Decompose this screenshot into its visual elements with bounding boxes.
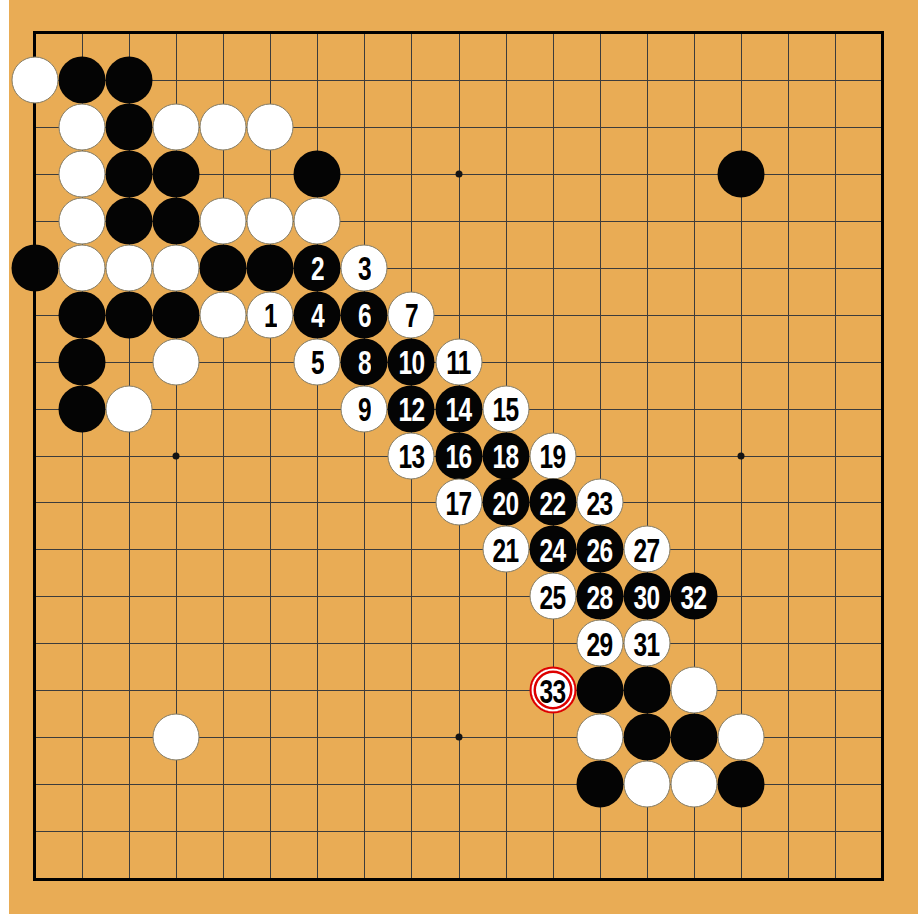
move-number: 12 (398, 392, 424, 426)
move-number: 19 (540, 439, 566, 473)
move-stone-19: 19 (529, 432, 576, 479)
black-stone (106, 197, 153, 244)
black-stone (153, 150, 200, 197)
move-number: 6 (358, 298, 371, 332)
move-number: 17 (446, 485, 472, 519)
move-stone-32: 32 (670, 573, 717, 620)
left-margin-strip (0, 0, 9, 914)
move-number: 11 (446, 345, 470, 379)
move-stone-5: 5 (294, 338, 341, 385)
black-stone (200, 244, 247, 291)
move-number: 33 (540, 673, 566, 707)
move-stone-18: 18 (482, 432, 529, 479)
move-stone-30: 30 (623, 573, 670, 620)
black-stone (106, 291, 153, 338)
go-board-diagram: 1234567891011121314151617181920212223242… (0, 0, 918, 914)
black-stone (576, 761, 623, 808)
move-number: 2 (311, 251, 324, 285)
move-number: 9 (358, 392, 371, 426)
black-stone (153, 197, 200, 244)
black-stone (12, 244, 59, 291)
move-number: 16 (446, 439, 472, 473)
black-stone (623, 667, 670, 714)
move-number: 13 (398, 439, 424, 473)
move-stone-10: 10 (388, 338, 435, 385)
white-stone (106, 385, 153, 432)
black-stone (59, 56, 106, 103)
white-stone (59, 103, 106, 150)
move-stone-1: 1 (247, 291, 294, 338)
move-number: 5 (311, 345, 324, 379)
move-number: 3 (358, 251, 371, 285)
white-stone (670, 761, 717, 808)
black-stone (106, 56, 153, 103)
move-stone-24: 24 (529, 526, 576, 573)
black-stone (294, 150, 341, 197)
star-point (455, 170, 462, 177)
move-stone-27: 27 (623, 526, 670, 573)
white-stone (670, 667, 717, 714)
star-point (173, 452, 180, 459)
move-number: 26 (587, 532, 613, 566)
white-stone (576, 714, 623, 761)
move-number: 21 (493, 532, 519, 566)
move-number: 31 (634, 626, 660, 660)
black-stone (717, 761, 764, 808)
move-number: 27 (634, 532, 660, 566)
move-number: 28 (587, 579, 613, 613)
white-stone (200, 291, 247, 338)
move-stone-33: 33 (529, 667, 576, 714)
white-stone (247, 197, 294, 244)
move-stone-11: 11 (435, 338, 482, 385)
move-stone-20: 20 (482, 479, 529, 526)
black-stone (153, 291, 200, 338)
black-stone (106, 103, 153, 150)
move-stone-15: 15 (482, 385, 529, 432)
black-stone (59, 291, 106, 338)
move-number: 25 (540, 579, 566, 613)
move-stone-23: 23 (576, 479, 623, 526)
move-stone-21: 21 (482, 526, 529, 573)
move-number: 7 (405, 298, 418, 332)
white-stone (153, 714, 200, 761)
white-stone (153, 338, 200, 385)
white-stone (717, 714, 764, 761)
move-number: 10 (398, 345, 424, 379)
white-stone (59, 197, 106, 244)
move-number: 30 (634, 579, 660, 613)
move-stone-4: 4 (294, 291, 341, 338)
move-stone-31: 31 (623, 620, 670, 667)
move-stone-3: 3 (341, 244, 388, 291)
white-stone (153, 103, 200, 150)
star-point (455, 734, 462, 741)
black-stone (106, 150, 153, 197)
black-stone (623, 714, 670, 761)
white-stone (59, 150, 106, 197)
move-number: 23 (587, 485, 613, 519)
move-number: 24 (540, 532, 566, 566)
move-number: 29 (587, 626, 613, 660)
move-stone-12: 12 (388, 385, 435, 432)
black-stone (59, 338, 106, 385)
move-stone-2: 2 (294, 244, 341, 291)
white-stone (200, 103, 247, 150)
move-stone-22: 22 (529, 479, 576, 526)
black-stone (576, 667, 623, 714)
move-number: 8 (358, 345, 371, 379)
white-stone (623, 761, 670, 808)
move-number: 15 (493, 392, 519, 426)
move-number: 14 (446, 392, 472, 426)
move-stone-16: 16 (435, 432, 482, 479)
black-stone (670, 714, 717, 761)
move-stone-28: 28 (576, 573, 623, 620)
move-stone-29: 29 (576, 620, 623, 667)
move-number: 20 (493, 485, 519, 519)
move-number: 4 (311, 298, 324, 332)
move-stone-6: 6 (341, 291, 388, 338)
white-stone (200, 197, 247, 244)
star-point (737, 452, 744, 459)
move-stone-7: 7 (388, 291, 435, 338)
move-number: 18 (493, 439, 519, 473)
white-stone (294, 197, 341, 244)
move-number: 32 (681, 579, 707, 613)
white-stone (12, 56, 59, 103)
white-stone (59, 244, 106, 291)
black-stone (59, 385, 106, 432)
white-stone (247, 103, 294, 150)
move-stone-14: 14 (435, 385, 482, 432)
move-number: 22 (540, 485, 566, 519)
move-stone-26: 26 (576, 526, 623, 573)
move-stone-9: 9 (341, 385, 388, 432)
move-number: 1 (264, 298, 277, 332)
black-stone (717, 150, 764, 197)
black-stone (247, 244, 294, 291)
move-stone-25: 25 (529, 573, 576, 620)
move-stone-13: 13 (388, 432, 435, 479)
move-stone-17: 17 (435, 479, 482, 526)
white-stone (106, 244, 153, 291)
move-stone-8: 8 (341, 338, 388, 385)
white-stone (153, 244, 200, 291)
